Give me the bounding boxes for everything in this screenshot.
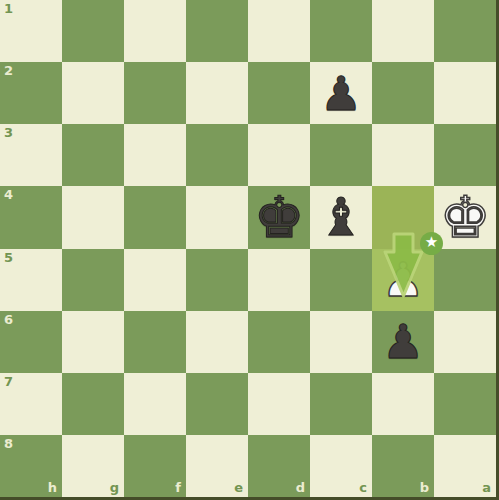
- square-c7[interactable]: [310, 373, 372, 435]
- square-h4[interactable]: 4: [0, 186, 62, 248]
- file-label: c: [359, 481, 367, 494]
- square-g6[interactable]: [62, 311, 124, 373]
- square-b7[interactable]: [372, 373, 434, 435]
- rank-label: 4: [4, 188, 13, 201]
- square-f2[interactable]: [124, 62, 186, 124]
- square-a7[interactable]: [434, 373, 496, 435]
- square-g8[interactable]: g: [62, 435, 124, 497]
- square-d1[interactable]: [248, 0, 310, 62]
- square-c6[interactable]: [310, 311, 372, 373]
- square-h1[interactable]: 1: [0, 0, 62, 62]
- square-e5[interactable]: [186, 249, 248, 311]
- square-e1[interactable]: [186, 0, 248, 62]
- square-g1[interactable]: [62, 0, 124, 62]
- file-label: a: [482, 481, 491, 494]
- square-d6[interactable]: [248, 311, 310, 373]
- file-label: b: [420, 481, 429, 494]
- rank-label: 7: [4, 375, 13, 388]
- square-g3[interactable]: [62, 124, 124, 186]
- square-d3[interactable]: [248, 124, 310, 186]
- square-b2[interactable]: [372, 62, 434, 124]
- square-f3[interactable]: [124, 124, 186, 186]
- square-h3[interactable]: 3: [0, 124, 62, 186]
- square-e4[interactable]: [186, 186, 248, 248]
- black-pawn[interactable]: ♟: [310, 62, 372, 124]
- square-f7[interactable]: [124, 373, 186, 435]
- square-h2[interactable]: 2: [0, 62, 62, 124]
- square-e8[interactable]: e: [186, 435, 248, 497]
- square-f1[interactable]: [124, 0, 186, 62]
- square-c2[interactable]: ♟: [310, 62, 372, 124]
- square-g2[interactable]: [62, 62, 124, 124]
- square-e3[interactable]: [186, 124, 248, 186]
- square-a2[interactable]: [434, 62, 496, 124]
- square-d4[interactable]: ♚: [248, 186, 310, 248]
- square-g7[interactable]: [62, 373, 124, 435]
- square-f5[interactable]: [124, 249, 186, 311]
- file-label: g: [110, 481, 119, 494]
- square-f6[interactable]: [124, 311, 186, 373]
- square-b1[interactable]: [372, 0, 434, 62]
- square-c5[interactable]: [310, 249, 372, 311]
- square-d8[interactable]: d: [248, 435, 310, 497]
- square-c3[interactable]: [310, 124, 372, 186]
- white-pawn[interactable]: ♟: [372, 249, 434, 311]
- square-h8[interactable]: 8h: [0, 435, 62, 497]
- square-c1[interactable]: [310, 0, 372, 62]
- square-b6[interactable]: ♟: [372, 311, 434, 373]
- square-a1[interactable]: [434, 0, 496, 62]
- white-king[interactable]: ♚: [434, 186, 496, 248]
- square-b4[interactable]: [372, 186, 434, 248]
- square-c8[interactable]: c: [310, 435, 372, 497]
- square-e7[interactable]: [186, 373, 248, 435]
- rank-label: 8: [4, 437, 13, 450]
- square-a4[interactable]: ♚: [434, 186, 496, 248]
- square-h5[interactable]: 5: [0, 249, 62, 311]
- black-king[interactable]: ♚: [248, 186, 310, 248]
- file-label: d: [296, 481, 305, 494]
- black-bishop[interactable]: ♝: [310, 186, 372, 248]
- square-f8[interactable]: f: [124, 435, 186, 497]
- rank-label: 1: [4, 2, 13, 15]
- square-g4[interactable]: [62, 186, 124, 248]
- square-c4[interactable]: ♝: [310, 186, 372, 248]
- file-label: f: [175, 481, 181, 494]
- square-a8[interactable]: a: [434, 435, 496, 497]
- square-f4[interactable]: [124, 186, 186, 248]
- chessboard-window: 12♟34♚♝♚5♟6♟78hgfedcba ★: [0, 0, 499, 500]
- rank-label: 5: [4, 251, 13, 264]
- square-h6[interactable]: 6: [0, 311, 62, 373]
- square-d5[interactable]: [248, 249, 310, 311]
- square-a5[interactable]: [434, 249, 496, 311]
- rank-label: 6: [4, 313, 13, 326]
- chessboard: 12♟34♚♝♚5♟6♟78hgfedcba: [0, 0, 496, 497]
- rank-label: 3: [4, 126, 13, 139]
- square-b8[interactable]: b: [372, 435, 434, 497]
- square-a3[interactable]: [434, 124, 496, 186]
- square-b5[interactable]: ♟: [372, 249, 434, 311]
- square-e2[interactable]: [186, 62, 248, 124]
- square-d7[interactable]: [248, 373, 310, 435]
- square-b3[interactable]: [372, 124, 434, 186]
- black-pawn[interactable]: ♟: [372, 311, 434, 373]
- file-label: e: [234, 481, 243, 494]
- square-e6[interactable]: [186, 311, 248, 373]
- square-d2[interactable]: [248, 62, 310, 124]
- square-a6[interactable]: [434, 311, 496, 373]
- square-h7[interactable]: 7: [0, 373, 62, 435]
- file-label: h: [48, 481, 57, 494]
- rank-label: 2: [4, 64, 13, 77]
- square-g5[interactable]: [62, 249, 124, 311]
